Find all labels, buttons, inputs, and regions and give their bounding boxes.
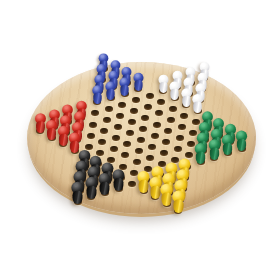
peg-yellow[interactable]: [161, 184, 173, 206]
product-photo: [0, 0, 280, 280]
peg-black[interactable]: [113, 169, 125, 191]
peg-green[interactable]: [195, 143, 206, 164]
peg-green[interactable]: [236, 130, 247, 150]
peg-blue[interactable]: [133, 73, 143, 91]
peg-black[interactable]: [71, 182, 83, 204]
peg-black[interactable]: [99, 173, 111, 195]
peg-blue[interactable]: [106, 81, 116, 100]
peg-blue[interactable]: [120, 77, 130, 95]
pegs-layer: [0, 0, 280, 280]
peg-red[interactable]: [58, 126, 69, 146]
peg-yellow[interactable]: [138, 171, 150, 193]
peg-white[interactable]: [170, 81, 180, 100]
peg-green[interactable]: [222, 135, 233, 156]
peg-red[interactable]: [35, 113, 46, 133]
peg-white[interactable]: [181, 88, 191, 107]
peg-green[interactable]: [209, 139, 220, 160]
peg-yellow[interactable]: [172, 190, 184, 213]
peg-red[interactable]: [46, 120, 57, 140]
peg-black[interactable]: [85, 177, 97, 199]
peg-white[interactable]: [158, 75, 168, 93]
peg-blue[interactable]: [92, 86, 102, 105]
